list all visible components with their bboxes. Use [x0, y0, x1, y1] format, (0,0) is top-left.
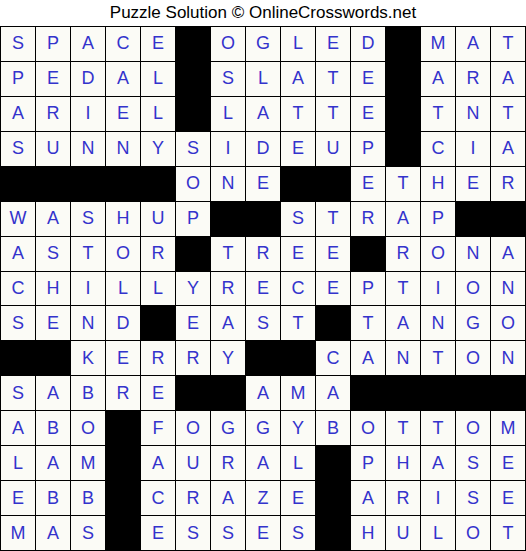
letter-cell: E: [246, 167, 280, 201]
letter-cell: T: [211, 237, 245, 271]
letter-cell: D: [246, 132, 280, 166]
letter-cell: T: [316, 97, 350, 131]
letter-cell: H: [386, 446, 420, 480]
letter-cell: R: [211, 272, 245, 306]
letter-cell: E: [176, 306, 210, 340]
letter-cell: S: [36, 237, 70, 271]
letter-cell: N: [421, 306, 455, 340]
letter-cell: L: [211, 97, 245, 131]
letter-cell: E: [281, 237, 315, 271]
letter-cell: U: [176, 446, 210, 480]
letter-cell: S: [281, 202, 315, 236]
letter-cell: A: [491, 237, 525, 271]
letter-cell: S: [211, 516, 245, 550]
letter-cell: B: [71, 376, 105, 410]
block-cell: [316, 481, 350, 515]
block-cell: [106, 411, 140, 445]
letter-cell: C: [281, 272, 315, 306]
letter-cell: O: [456, 272, 490, 306]
letter-cell: N: [491, 272, 525, 306]
letter-cell: A: [1, 237, 35, 271]
letter-cell: O: [421, 237, 455, 271]
block-cell: [176, 62, 210, 96]
letter-cell: C: [106, 27, 140, 61]
block-cell: [281, 167, 315, 201]
letter-cell: I: [71, 272, 105, 306]
letter-cell: R: [36, 97, 70, 131]
block-cell: [456, 202, 490, 236]
letter-cell: S: [211, 62, 245, 96]
letter-cell: E: [491, 446, 525, 480]
crossword-grid: SPACEOGLEDMATPEDALSLATEARAARIELLATTETNTS…: [0, 26, 526, 551]
block-cell: [1, 167, 35, 201]
block-cell: [71, 167, 105, 201]
letter-cell: A: [36, 516, 70, 550]
block-cell: [281, 341, 315, 375]
letter-cell: H: [36, 272, 70, 306]
letter-cell: O: [491, 306, 525, 340]
letter-cell: T: [386, 411, 420, 445]
letter-cell: T: [386, 272, 420, 306]
block-cell: [36, 167, 70, 201]
letter-cell: E: [281, 481, 315, 515]
letter-cell: I: [211, 132, 245, 166]
letter-cell: E: [351, 62, 385, 96]
letter-cell: E: [1, 481, 35, 515]
block-cell: [141, 306, 175, 340]
letter-cell: T: [421, 97, 455, 131]
block-cell: [421, 376, 455, 410]
letter-cell: U: [141, 202, 175, 236]
letter-cell: R: [246, 237, 280, 271]
block-cell: [176, 237, 210, 271]
letter-cell: D: [106, 306, 140, 340]
letter-cell: A: [36, 202, 70, 236]
letter-cell: T: [281, 306, 315, 340]
letter-cell: E: [316, 272, 350, 306]
letter-cell: E: [316, 237, 350, 271]
letter-cell: G: [211, 411, 245, 445]
letter-cell: L: [141, 97, 175, 131]
block-cell: [456, 376, 490, 410]
letter-cell: T: [351, 306, 385, 340]
letter-cell: R: [386, 237, 420, 271]
letter-cell: N: [456, 237, 490, 271]
letter-cell: O: [456, 411, 490, 445]
letter-cell: A: [106, 62, 140, 96]
letter-cell: M: [281, 376, 315, 410]
letter-cell: B: [316, 411, 350, 445]
block-cell: [386, 97, 420, 131]
letter-cell: A: [246, 446, 280, 480]
block-cell: [491, 376, 525, 410]
letter-cell: E: [106, 97, 140, 131]
letter-cell: O: [176, 411, 210, 445]
letter-cell: P: [176, 202, 210, 236]
letter-cell: M: [1, 516, 35, 550]
letter-cell: L: [106, 272, 140, 306]
letter-cell: C: [141, 481, 175, 515]
letter-cell: A: [491, 132, 525, 166]
block-cell: [351, 237, 385, 271]
block-cell: [386, 27, 420, 61]
letter-cell: S: [1, 27, 35, 61]
letter-cell: L: [281, 27, 315, 61]
block-cell: [316, 167, 350, 201]
letter-cell: K: [71, 341, 105, 375]
letter-cell: S: [71, 202, 105, 236]
letter-cell: T: [491, 97, 525, 131]
letter-cell: A: [421, 446, 455, 480]
letter-cell: I: [456, 132, 490, 166]
letter-cell: L: [421, 516, 455, 550]
block-cell: [1, 341, 35, 375]
block-cell: [176, 27, 210, 61]
letter-cell: S: [1, 132, 35, 166]
letter-cell: S: [1, 306, 35, 340]
letter-cell: T: [316, 202, 350, 236]
block-cell: [246, 341, 280, 375]
block-cell: [351, 376, 385, 410]
letter-cell: O: [71, 411, 105, 445]
letter-cell: O: [106, 237, 140, 271]
letter-cell: N: [211, 167, 245, 201]
letter-cell: Y: [281, 411, 315, 445]
letter-cell: L: [281, 446, 315, 480]
letter-cell: P: [351, 446, 385, 480]
letter-cell: N: [71, 306, 105, 340]
letter-cell: O: [176, 167, 210, 201]
letter-cell: A: [211, 481, 245, 515]
letter-cell: C: [316, 341, 350, 375]
letter-cell: B: [36, 411, 70, 445]
block-cell: [106, 516, 140, 550]
letter-cell: E: [491, 481, 525, 515]
block-cell: [106, 167, 140, 201]
letter-cell: A: [281, 62, 315, 96]
block-cell: [36, 341, 70, 375]
letter-cell: E: [141, 376, 175, 410]
letter-cell: U: [316, 132, 350, 166]
letter-cell: N: [456, 97, 490, 131]
letter-cell: S: [281, 516, 315, 550]
letter-cell: P: [351, 132, 385, 166]
page: { "game": "crossword", "title": "Puzzle …: [0, 0, 526, 551]
block-cell: [246, 202, 280, 236]
letter-cell: R: [351, 202, 385, 236]
letter-cell: A: [36, 446, 70, 480]
letter-cell: Z: [246, 481, 280, 515]
letter-cell: N: [71, 132, 105, 166]
letter-cell: R: [491, 167, 525, 201]
letter-cell: L: [141, 272, 175, 306]
letter-cell: R: [176, 341, 210, 375]
letter-cell: T: [71, 237, 105, 271]
letter-cell: M: [421, 27, 455, 61]
letter-cell: E: [456, 167, 490, 201]
letter-cell: Y: [176, 272, 210, 306]
letter-cell: C: [1, 272, 35, 306]
letter-cell: M: [71, 446, 105, 480]
letter-cell: O: [456, 516, 490, 550]
letter-cell: D: [351, 27, 385, 61]
letter-cell: T: [421, 341, 455, 375]
letter-cell: H: [351, 516, 385, 550]
letter-cell: U: [36, 132, 70, 166]
letter-cell: A: [36, 376, 70, 410]
letter-cell: I: [421, 481, 455, 515]
letter-cell: A: [351, 341, 385, 375]
letter-cell: T: [491, 516, 525, 550]
letter-cell: G: [456, 306, 490, 340]
block-cell: [386, 132, 420, 166]
letter-cell: I: [421, 272, 455, 306]
letter-cell: E: [246, 272, 280, 306]
letter-cell: S: [1, 376, 35, 410]
letter-cell: P: [421, 202, 455, 236]
letter-cell: T: [421, 411, 455, 445]
letter-cell: R: [211, 446, 245, 480]
letter-cell: A: [211, 306, 245, 340]
letter-cell: A: [386, 202, 420, 236]
letter-cell: E: [36, 306, 70, 340]
letter-cell: N: [491, 341, 525, 375]
block-cell: [316, 516, 350, 550]
letter-cell: N: [106, 132, 140, 166]
letter-cell: S: [246, 306, 280, 340]
letter-cell: S: [71, 516, 105, 550]
block-cell: [141, 167, 175, 201]
block-cell: [386, 62, 420, 96]
letter-cell: A: [141, 446, 175, 480]
letter-cell: Y: [211, 341, 245, 375]
letter-cell: E: [246, 516, 280, 550]
letter-cell: A: [351, 481, 385, 515]
letter-cell: H: [106, 202, 140, 236]
letter-cell: L: [141, 62, 175, 96]
block-cell: [176, 97, 210, 131]
letter-cell: R: [386, 481, 420, 515]
block-cell: [211, 376, 245, 410]
letter-cell: B: [71, 481, 105, 515]
letter-cell: A: [246, 376, 280, 410]
letter-cell: A: [491, 62, 525, 96]
letter-cell: T: [386, 167, 420, 201]
letter-cell: A: [1, 97, 35, 131]
letter-cell: A: [386, 306, 420, 340]
letter-cell: S: [456, 481, 490, 515]
letter-cell: A: [421, 62, 455, 96]
block-cell: [316, 446, 350, 480]
letter-cell: I: [71, 97, 105, 131]
letter-cell: P: [1, 62, 35, 96]
letter-cell: T: [491, 27, 525, 61]
letter-cell: A: [71, 27, 105, 61]
letter-cell: A: [246, 97, 280, 131]
letter-cell: E: [36, 62, 70, 96]
block-cell: [176, 376, 210, 410]
letter-cell: E: [141, 516, 175, 550]
letter-cell: S: [456, 446, 490, 480]
letter-cell: E: [281, 132, 315, 166]
letter-cell: E: [316, 27, 350, 61]
letter-cell: S: [176, 516, 210, 550]
letter-cell: S: [176, 132, 210, 166]
block-cell: [386, 376, 420, 410]
letter-cell: U: [386, 516, 420, 550]
letter-cell: A: [456, 27, 490, 61]
letter-cell: E: [351, 97, 385, 131]
letter-cell: G: [246, 411, 280, 445]
letter-cell: O: [211, 27, 245, 61]
letter-cell: B: [36, 481, 70, 515]
letter-cell: C: [421, 132, 455, 166]
letter-cell: E: [351, 167, 385, 201]
letter-cell: D: [71, 62, 105, 96]
block-cell: [106, 481, 140, 515]
letter-cell: E: [141, 27, 175, 61]
letter-cell: R: [176, 481, 210, 515]
letter-cell: O: [351, 411, 385, 445]
block-cell: [211, 202, 245, 236]
letter-cell: R: [106, 376, 140, 410]
letter-cell: R: [141, 237, 175, 271]
letter-cell: E: [106, 341, 140, 375]
letter-cell: O: [456, 341, 490, 375]
block-cell: [491, 202, 525, 236]
block-cell: [106, 446, 140, 480]
letter-cell: A: [1, 411, 35, 445]
letter-cell: F: [141, 411, 175, 445]
letter-cell: W: [1, 202, 35, 236]
letter-cell: L: [246, 62, 280, 96]
letter-cell: R: [141, 341, 175, 375]
letter-cell: P: [36, 27, 70, 61]
letter-cell: R: [456, 62, 490, 96]
block-cell: [316, 306, 350, 340]
letter-cell: T: [281, 97, 315, 131]
letter-cell: G: [246, 27, 280, 61]
letter-cell: P: [351, 272, 385, 306]
letter-cell: A: [316, 376, 350, 410]
letter-cell: Y: [141, 132, 175, 166]
letter-cell: N: [386, 341, 420, 375]
letter-cell: L: [1, 446, 35, 480]
letter-cell: T: [316, 62, 350, 96]
letter-cell: M: [491, 411, 525, 445]
page-title: Puzzle Solution © OnlineCrosswords.net: [0, 0, 526, 26]
letter-cell: H: [421, 167, 455, 201]
